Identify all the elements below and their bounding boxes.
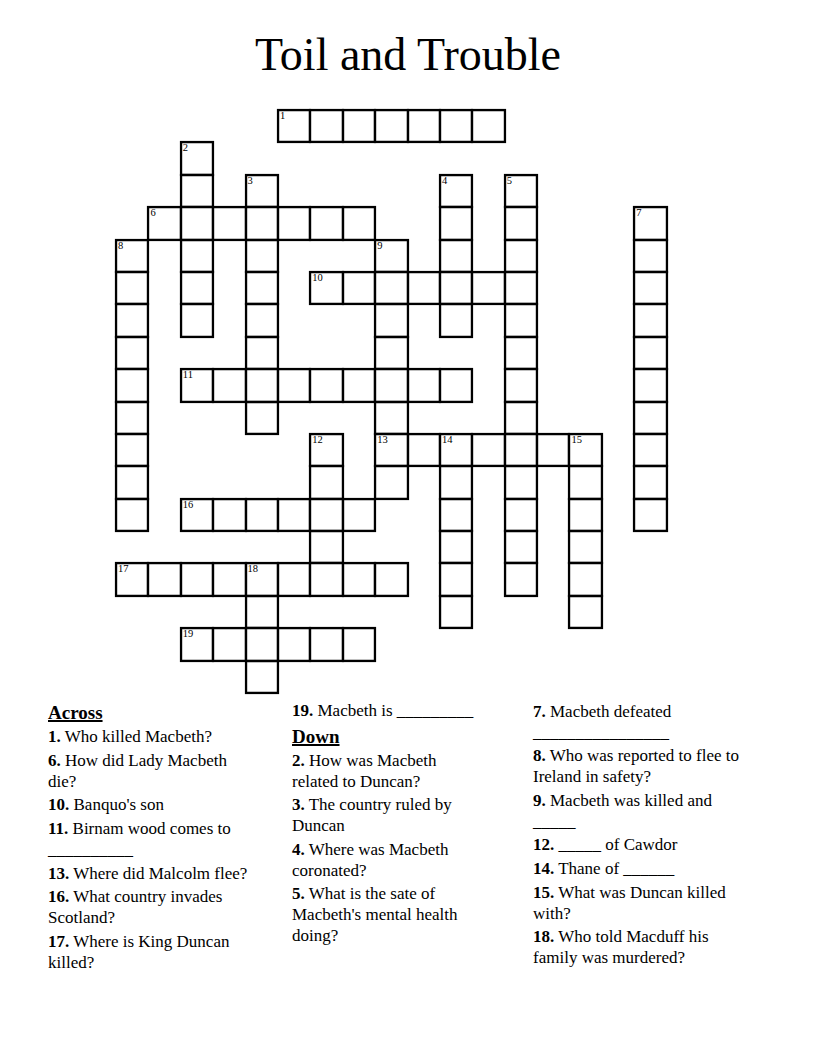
clue-number: 3 xyxy=(248,176,253,187)
clue-item: 10. Banquo's son xyxy=(48,795,253,816)
grid-cell[interactable] xyxy=(569,531,601,563)
clue-number: 9 xyxy=(377,241,382,252)
grid-cell[interactable] xyxy=(278,207,310,239)
grid-cell[interactable] xyxy=(213,369,245,401)
clue-number: 10 xyxy=(312,273,323,284)
grid-cell[interactable]: 14 xyxy=(440,434,472,466)
grid-cell[interactable] xyxy=(181,304,213,336)
grid-cell[interactable] xyxy=(634,337,666,369)
grid-cell[interactable] xyxy=(440,369,472,401)
grid-cell[interactable] xyxy=(634,304,666,336)
grid-cell[interactable] xyxy=(246,337,278,369)
grid-cell[interactable]: 18 xyxy=(246,563,278,595)
grid-cell[interactable] xyxy=(440,240,472,272)
grid-cell[interactable]: 7 xyxy=(634,207,666,239)
grid-cell[interactable] xyxy=(343,110,375,142)
grid-cell[interactable] xyxy=(116,466,148,498)
grid-cell[interactable] xyxy=(375,402,407,434)
grid-cell[interactable] xyxy=(213,499,245,531)
grid-cell[interactable] xyxy=(634,499,666,531)
clue-number-label: 14. xyxy=(533,859,554,878)
clue-number: 2 xyxy=(183,143,188,154)
grid-cell[interactable] xyxy=(505,304,537,336)
grid-cell[interactable] xyxy=(246,304,278,336)
clue-item: 13. Where did Malcolm flee? xyxy=(48,864,253,885)
grid-cell[interactable] xyxy=(634,272,666,304)
grid-cell[interactable] xyxy=(181,175,213,207)
grid-cell[interactable] xyxy=(440,466,472,498)
grid-cell[interactable] xyxy=(246,207,278,239)
clue-item: 2. How was Macbeth related to Duncan? xyxy=(292,751,482,792)
grid-cell[interactable] xyxy=(278,369,310,401)
grid-cell[interactable] xyxy=(634,240,666,272)
clue-item: 18. Who told Macduff his family was murd… xyxy=(533,927,743,968)
clue-number: 14 xyxy=(442,435,453,446)
clue-number-label: 9. xyxy=(533,791,546,810)
grid-cell[interactable] xyxy=(537,434,569,466)
grid-cell[interactable] xyxy=(375,272,407,304)
clue-item: 11. Birnam wood comes to __________ xyxy=(48,819,253,860)
grid-cell[interactable] xyxy=(310,466,342,498)
crossword-grid: 12345678910111213141516171819 xyxy=(116,110,667,693)
clue-item: 3. The country ruled by Duncan xyxy=(292,795,482,836)
grid-cell[interactable] xyxy=(375,110,407,142)
clue-number-label: 18. xyxy=(533,927,554,946)
grid-cell[interactable] xyxy=(569,499,601,531)
grid-cell[interactable] xyxy=(440,272,472,304)
clue-number: 12 xyxy=(312,435,323,446)
grid-cell[interactable] xyxy=(116,402,148,434)
grid-cell[interactable] xyxy=(310,207,342,239)
grid-cell[interactable] xyxy=(569,563,601,595)
grid-cell[interactable] xyxy=(343,272,375,304)
clue-number-label: 17. xyxy=(48,932,69,951)
grid-cell[interactable]: 3 xyxy=(246,175,278,207)
clue-number: 6 xyxy=(150,208,155,219)
clue-number: 15 xyxy=(571,435,582,446)
grid-cell[interactable] xyxy=(634,466,666,498)
grid-cell[interactable] xyxy=(569,596,601,628)
grid-cell[interactable] xyxy=(440,207,472,239)
clue-number: 7 xyxy=(636,208,641,219)
grid-cell[interactable]: 8 xyxy=(116,240,148,272)
clue-number-label: 15. xyxy=(533,883,554,902)
clue-item: 8. Who was reported to flee to Ireland i… xyxy=(533,746,743,787)
clue-number-label: 10. xyxy=(48,795,69,814)
grid-cell[interactable] xyxy=(634,434,666,466)
grid-cell[interactable] xyxy=(472,110,504,142)
clue-number: 11 xyxy=(183,370,193,381)
grid-cell[interactable]: 1 xyxy=(278,110,310,142)
clue-number: 17 xyxy=(118,564,129,575)
clue-item: 7. Macbeth defeated ________________ xyxy=(533,702,743,743)
clue-column-2: 19. Macbeth is _________Down2. How was M… xyxy=(292,701,482,950)
grid-cell[interactable] xyxy=(375,369,407,401)
grid-cell[interactable] xyxy=(343,563,375,595)
grid-cell[interactable] xyxy=(343,369,375,401)
grid-cell[interactable]: 5 xyxy=(505,175,537,207)
grid-cell[interactable] xyxy=(246,628,278,660)
clue-item: 16. What country invades Scotland? xyxy=(48,887,253,928)
grid-cell[interactable] xyxy=(246,402,278,434)
grid-cell[interactable] xyxy=(116,434,148,466)
grid-cell[interactable] xyxy=(472,434,504,466)
clue-item: 12. _____ of Cawdor xyxy=(533,835,743,856)
grid-cell[interactable] xyxy=(116,272,148,304)
grid-cell[interactable] xyxy=(375,563,407,595)
grid-cell[interactable] xyxy=(505,240,537,272)
grid-cell[interactable] xyxy=(505,402,537,434)
grid-cell[interactable]: 16 xyxy=(181,499,213,531)
grid-cell[interactable] xyxy=(634,402,666,434)
grid-cell[interactable] xyxy=(505,369,537,401)
grid-cell[interactable] xyxy=(408,272,440,304)
grid-cell[interactable] xyxy=(116,304,148,336)
clue-item: 17. Where is King Duncan killed? xyxy=(48,932,253,973)
grid-cell[interactable] xyxy=(181,207,213,239)
grid-cell[interactable] xyxy=(505,337,537,369)
clue-number: 5 xyxy=(507,176,512,187)
clue-number-label: 7. xyxy=(533,702,546,721)
grid-cell[interactable] xyxy=(375,337,407,369)
grid-cell[interactable] xyxy=(116,337,148,369)
grid-cell[interactable] xyxy=(310,628,342,660)
grid-cell[interactable] xyxy=(246,596,278,628)
grid-cell[interactable] xyxy=(440,110,472,142)
clue-item: 15. What was Duncan killed with? xyxy=(533,883,743,924)
clue-item: 1. Who killed Macbeth? xyxy=(48,727,253,748)
grid-cell[interactable] xyxy=(278,499,310,531)
grid-cell[interactable] xyxy=(634,369,666,401)
clue-item: 4. Where was Macbeth coronated? xyxy=(292,840,482,881)
grid-cell[interactable]: 11 xyxy=(181,369,213,401)
grid-cell[interactable] xyxy=(310,499,342,531)
clue-number-label: 8. xyxy=(533,746,546,765)
grid-cell[interactable] xyxy=(213,628,245,660)
grid-cell[interactable] xyxy=(116,369,148,401)
clue-number-label: 3. xyxy=(292,795,305,814)
clue-number-label: 2. xyxy=(292,751,305,770)
grid-cell[interactable] xyxy=(440,304,472,336)
grid-cell[interactable] xyxy=(181,272,213,304)
clue-number-label: 16. xyxy=(48,887,69,906)
grid-cell[interactable] xyxy=(246,272,278,304)
grid-cell[interactable] xyxy=(213,563,245,595)
grid-cell[interactable] xyxy=(505,207,537,239)
grid-cell[interactable]: 13 xyxy=(375,434,407,466)
clue-number-label: 4. xyxy=(292,840,305,859)
grid-cell[interactable] xyxy=(278,628,310,660)
clue-number-label: 1. xyxy=(48,727,61,746)
clue-number-label: 11. xyxy=(48,819,68,838)
grid-cell[interactable] xyxy=(505,434,537,466)
grid-cell[interactable] xyxy=(408,369,440,401)
clue-number: 1 xyxy=(280,111,285,122)
clue-column-3: 7. Macbeth defeated ________________8. W… xyxy=(533,702,743,972)
grid-cell[interactable] xyxy=(505,499,537,531)
grid-cell[interactable] xyxy=(310,531,342,563)
grid-cell[interactable] xyxy=(472,272,504,304)
grid-cell[interactable]: 12 xyxy=(310,434,342,466)
grid-cell[interactable] xyxy=(375,466,407,498)
clue-number: 13 xyxy=(377,435,388,446)
grid-cell[interactable] xyxy=(116,499,148,531)
across-header: Across xyxy=(48,701,253,724)
grid-cell[interactable]: 9 xyxy=(375,240,407,272)
grid-cell[interactable] xyxy=(148,563,180,595)
grid-cell[interactable]: 19 xyxy=(181,628,213,660)
clue-number-label: 13. xyxy=(48,864,69,883)
clue-number: 4 xyxy=(442,176,447,187)
clue-number-label: 6. xyxy=(48,751,61,770)
grid-cell[interactable] xyxy=(278,563,310,595)
clue-number: 16 xyxy=(183,500,194,511)
clue-item: 5. What is the sate of Macbeth's mental … xyxy=(292,884,482,946)
grid-cell[interactable] xyxy=(505,563,537,595)
clue-number: 8 xyxy=(118,241,123,252)
grid-cell[interactable] xyxy=(246,369,278,401)
grid-cell[interactable] xyxy=(181,563,213,595)
clue-item: 9. Macbeth was killed and _____ xyxy=(533,791,743,832)
clue-number-label: 12. xyxy=(533,835,554,854)
grid-cell[interactable] xyxy=(310,563,342,595)
grid-cell[interactable] xyxy=(343,499,375,531)
grid-cell[interactable] xyxy=(569,466,601,498)
clue-number-label: 19. xyxy=(292,701,313,720)
grid-cell[interactable] xyxy=(408,110,440,142)
clue-column-1: Across1. Who killed Macbeth?6. How did L… xyxy=(48,701,253,976)
grid-cell[interactable] xyxy=(246,661,278,693)
grid-cell[interactable] xyxy=(375,304,407,336)
grid-cell[interactable]: 17 xyxy=(116,563,148,595)
grid-cell[interactable] xyxy=(440,563,472,595)
grid-cell[interactable] xyxy=(505,531,537,563)
grid-cell[interactable]: 2 xyxy=(181,142,213,174)
grid-cell[interactable] xyxy=(343,207,375,239)
grid-cell[interactable] xyxy=(440,531,472,563)
grid-cell[interactable] xyxy=(181,240,213,272)
grid-cell[interactable] xyxy=(343,628,375,660)
clue-item: 6. How did Lady Macbeth die? xyxy=(48,751,253,792)
grid-cell[interactable] xyxy=(440,596,472,628)
grid-cell[interactable] xyxy=(408,434,440,466)
puzzle-title: Toil and Trouble xyxy=(0,28,816,81)
grid-cell[interactable] xyxy=(213,207,245,239)
grid-cell[interactable] xyxy=(505,466,537,498)
grid-cell[interactable] xyxy=(246,240,278,272)
grid-cell[interactable] xyxy=(440,499,472,531)
clue-number-label: 5. xyxy=(292,884,305,903)
grid-cell[interactable] xyxy=(310,369,342,401)
down-header: Down xyxy=(292,725,482,748)
grid-cell[interactable] xyxy=(310,110,342,142)
clue-number: 19 xyxy=(183,629,194,640)
clue-number: 18 xyxy=(248,564,259,575)
grid-cell[interactable] xyxy=(246,499,278,531)
grid-cell[interactable]: 10 xyxy=(310,272,342,304)
grid-cell[interactable]: 6 xyxy=(148,207,180,239)
clue-item: 14. Thane of ______ xyxy=(533,859,743,880)
clue-item: 19. Macbeth is _________ xyxy=(292,701,482,722)
grid-cell[interactable] xyxy=(505,272,537,304)
grid-cell[interactable]: 15 xyxy=(569,434,601,466)
grid-cell[interactable]: 4 xyxy=(440,175,472,207)
